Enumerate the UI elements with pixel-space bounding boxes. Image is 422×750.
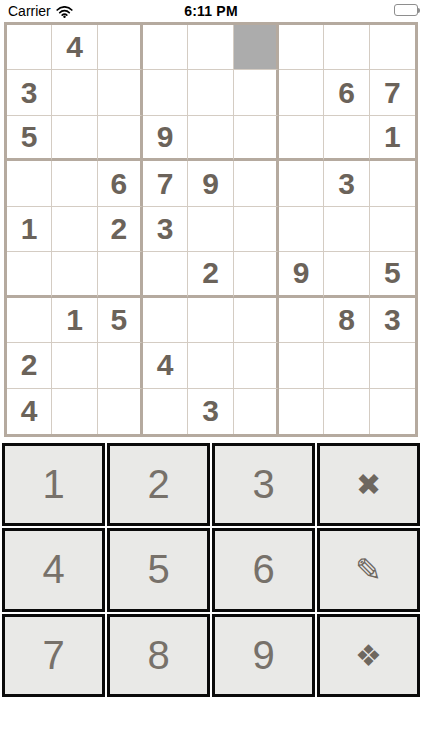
carrier-label: Carrier (8, 3, 51, 19)
cell-r8c9[interactable] (370, 343, 415, 388)
cell-r2c4[interactable] (143, 70, 188, 115)
key-1[interactable]: 1 (2, 443, 105, 526)
cell-r4c7[interactable] (279, 161, 324, 206)
key-7[interactable]: 7 (2, 614, 105, 697)
cell-r2c6[interactable] (234, 70, 279, 115)
sudoku-board: 4367591679312329515832443 (4, 22, 418, 437)
cell-r8c1[interactable]: 2 (7, 343, 52, 388)
cell-r8c8[interactable] (324, 343, 369, 388)
cell-r8c2[interactable] (52, 343, 97, 388)
cell-r7c6[interactable] (234, 298, 279, 343)
keypad: 123✖456✎789❖ (2, 443, 420, 697)
cell-r3c9[interactable]: 1 (370, 116, 415, 161)
cell-r9c9[interactable] (370, 389, 415, 434)
cell-r7c7[interactable] (279, 298, 324, 343)
cell-r7c3[interactable]: 5 (98, 298, 143, 343)
cell-r3c3[interactable] (98, 116, 143, 161)
cell-r9c5[interactable]: 3 (188, 389, 233, 434)
cell-r8c7[interactable] (279, 343, 324, 388)
cell-r8c6[interactable] (234, 343, 279, 388)
cell-r6c7[interactable]: 9 (279, 252, 324, 297)
status-bar: Carrier 6:11 PM (0, 0, 422, 22)
key-2[interactable]: 2 (107, 443, 210, 526)
cell-r1c6[interactable] (234, 25, 279, 70)
cell-r1c7[interactable] (279, 25, 324, 70)
cell-r9c3[interactable] (98, 389, 143, 434)
app-screen: Carrier 6:11 PM 436759167931232951583244… (0, 0, 422, 750)
cell-r4c9[interactable] (370, 161, 415, 206)
key-4[interactable]: 4 (2, 528, 105, 611)
cell-r5c1[interactable]: 1 (7, 207, 52, 252)
cell-r1c8[interactable] (324, 25, 369, 70)
cell-r7c5[interactable] (188, 298, 233, 343)
cell-r3c6[interactable] (234, 116, 279, 161)
cell-r2c5[interactable] (188, 70, 233, 115)
cell-r4c1[interactable] (7, 161, 52, 206)
cell-r1c5[interactable] (188, 25, 233, 70)
cell-r7c4[interactable] (143, 298, 188, 343)
erase-button[interactable]: ✖ (317, 443, 420, 526)
cell-r6c6[interactable] (234, 252, 279, 297)
cell-r4c6[interactable] (234, 161, 279, 206)
cell-r1c4[interactable] (143, 25, 188, 70)
cell-r7c1[interactable] (7, 298, 52, 343)
cell-r5c2[interactable] (52, 207, 97, 252)
cell-r2c3[interactable] (98, 70, 143, 115)
cell-r3c5[interactable] (188, 116, 233, 161)
cell-r3c7[interactable] (279, 116, 324, 161)
cell-r5c7[interactable] (279, 207, 324, 252)
cell-r6c2[interactable] (52, 252, 97, 297)
key-6[interactable]: 6 (212, 528, 315, 611)
cell-r3c1[interactable]: 5 (7, 116, 52, 161)
cell-r3c2[interactable] (52, 116, 97, 161)
cell-r1c2[interactable]: 4 (52, 25, 97, 70)
heavy-x-icon: ✖ (356, 467, 381, 502)
cell-r7c8[interactable]: 8 (324, 298, 369, 343)
cell-r4c3[interactable]: 6 (98, 161, 143, 206)
four-diamonds-button[interactable]: ❖ (317, 614, 420, 697)
cell-r5c9[interactable] (370, 207, 415, 252)
cell-r9c1[interactable]: 4 (7, 389, 52, 434)
cell-r1c3[interactable] (98, 25, 143, 70)
key-8[interactable]: 8 (107, 614, 210, 697)
cell-r8c3[interactable] (98, 343, 143, 388)
pencil-button[interactable]: ✎ (317, 528, 420, 611)
cell-r2c7[interactable] (279, 70, 324, 115)
cell-r8c4[interactable]: 4 (143, 343, 188, 388)
cell-r6c3[interactable] (98, 252, 143, 297)
cell-r2c2[interactable] (52, 70, 97, 115)
key-3[interactable]: 3 (212, 443, 315, 526)
cell-r5c4[interactable]: 3 (143, 207, 188, 252)
four-diamonds-icon: ❖ (355, 638, 382, 673)
cell-r7c9[interactable]: 3 (370, 298, 415, 343)
cell-r5c5[interactable] (188, 207, 233, 252)
cell-r1c9[interactable] (370, 25, 415, 70)
wifi-icon (56, 6, 73, 18)
cell-r3c4[interactable]: 9 (143, 116, 188, 161)
cell-r1c1[interactable] (7, 25, 52, 70)
cell-r2c9[interactable]: 7 (370, 70, 415, 115)
cell-r7c2[interactable]: 1 (52, 298, 97, 343)
battery-icon (394, 4, 418, 16)
cell-r9c6[interactable] (234, 389, 279, 434)
cell-r4c5[interactable]: 9 (188, 161, 233, 206)
cell-r5c8[interactable] (324, 207, 369, 252)
cell-r6c5[interactable]: 2 (188, 252, 233, 297)
cell-r9c2[interactable] (52, 389, 97, 434)
cell-r5c3[interactable]: 2 (98, 207, 143, 252)
cell-r4c4[interactable]: 7 (143, 161, 188, 206)
cell-r8c5[interactable] (188, 343, 233, 388)
cell-r6c9[interactable]: 5 (370, 252, 415, 297)
cell-r3c8[interactable] (324, 116, 369, 161)
cell-r6c8[interactable] (324, 252, 369, 297)
cell-r9c8[interactable] (324, 389, 369, 434)
key-5[interactable]: 5 (107, 528, 210, 611)
cell-r6c1[interactable] (7, 252, 52, 297)
key-9[interactable]: 9 (212, 614, 315, 697)
pencil-icon: ✎ (355, 551, 382, 589)
cell-r9c4[interactable] (143, 389, 188, 434)
cell-r2c1[interactable]: 3 (7, 70, 52, 115)
cell-r6c4[interactable] (143, 252, 188, 297)
cell-r4c2[interactable] (52, 161, 97, 206)
cell-r4c8[interactable]: 3 (324, 161, 369, 206)
cell-r5c6[interactable] (234, 207, 279, 252)
cell-r9c7[interactable] (279, 389, 324, 434)
cell-r2c8[interactable]: 6 (324, 70, 369, 115)
